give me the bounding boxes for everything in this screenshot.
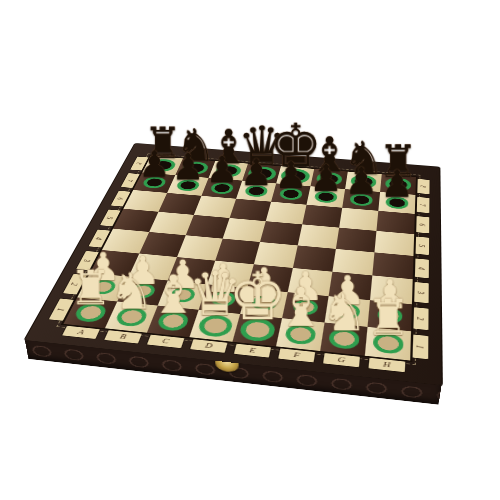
board-right-face bbox=[437, 167, 441, 405]
file-label-b: B bbox=[104, 330, 142, 343]
brass-clasp bbox=[215, 355, 239, 373]
square-g5[interactable] bbox=[336, 228, 377, 253]
board-scene: ABCDEFGH1122334455667788♜♞♝♛♚♝♞♜♟♟♟♟♟♟♟♟… bbox=[82, 64, 438, 420]
square-h5[interactable] bbox=[374, 231, 414, 256]
file-label-e: E bbox=[234, 344, 271, 358]
file-label-c: C bbox=[147, 335, 184, 348]
chess-set-photo: ABCDEFGH1122334455667788♜♞♝♛♚♝♞♜♟♟♟♟♟♟♟♟… bbox=[0, 0, 500, 500]
white-rook-icon: ♜ bbox=[366, 293, 411, 343]
piece-white-rook-h1[interactable]: ♜ bbox=[354, 288, 424, 343]
file-label-d: D bbox=[190, 339, 227, 353]
square-f5[interactable] bbox=[298, 224, 339, 249]
chessboard: ABCDEFGH1122334455667788♜♞♝♛♚♝♞♜♟♟♟♟♟♟♟♟… bbox=[25, 143, 442, 385]
